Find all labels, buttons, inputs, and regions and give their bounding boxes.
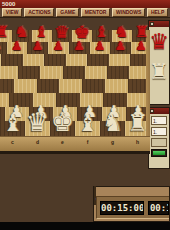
window-menu-icon[interactable] (150, 22, 154, 26)
file-label-g: g (100, 140, 125, 145)
piece-red-king[interactable]: ♚ (72, 24, 92, 41)
board-frame (0, 136, 150, 154)
square-b5[interactable] (0, 66, 18, 79)
piece-red-pawn[interactable]: ♟ (0, 40, 7, 52)
piece-white-rook[interactable]: ♜ (125, 112, 150, 135)
white-clock-display: 00:15:00 (100, 201, 144, 215)
piece-white-bishop[interactable]: ♝ (75, 112, 100, 135)
square-e4[interactable] (59, 79, 82, 93)
window-title: 5000 (0, 1, 15, 7)
menu-button-view[interactable]: VIEW (2, 8, 22, 17)
piece-red-queen[interactable]: ♛ (52, 24, 72, 41)
taskbar-strip (0, 222, 170, 230)
piece-white-queen[interactable]: ♛ (25, 110, 50, 135)
notation-row[interactable]: 1. (151, 127, 167, 136)
square-b6[interactable] (1, 54, 22, 67)
menu-button-help[interactable]: HELP (147, 8, 168, 17)
menu-button-windows[interactable]: WINDOWS (112, 8, 145, 17)
square-c5[interactable] (18, 66, 40, 79)
piece-red-pawn[interactable]: ♟ (90, 40, 111, 52)
notation-row[interactable]: 1. (151, 116, 167, 125)
piece-red-pawn[interactable]: ♟ (110, 40, 131, 52)
square-e5[interactable] (63, 66, 85, 79)
square-f5[interactable] (85, 66, 107, 79)
piece-red-pawn[interactable]: ♟ (27, 40, 48, 52)
piece-white-king[interactable]: ♚ (50, 110, 75, 135)
green-indicator (153, 151, 165, 155)
square-g6[interactable] (109, 54, 130, 67)
square-f6[interactable] (87, 54, 108, 67)
menu-button-mentor[interactable]: MENTOR (81, 8, 110, 17)
piece-red-pawn[interactable]: ♟ (131, 40, 150, 52)
notation-row-empty (151, 138, 167, 147)
square-g5[interactable] (107, 66, 129, 79)
palette-titlebar[interactable] (149, 21, 169, 27)
notation-titlebar[interactable] (149, 108, 169, 114)
palette-piece-white-rook[interactable]: ♜ (149, 61, 169, 83)
file-label-e: e (50, 140, 75, 145)
menu-bar: VIEWACTIONSGAMEMENTORWINDOWSHELP (0, 8, 170, 18)
square-c6[interactable] (23, 54, 44, 67)
palette-body: ♛♜ (149, 31, 169, 83)
notation-window[interactable]: 1. 1. (148, 107, 170, 169)
menu-button-actions[interactable]: ACTIONS (24, 8, 54, 17)
piece-white-bishop[interactable]: ♝ (0, 112, 25, 135)
file-label-h: h (125, 140, 150, 145)
board-rank-5 (0, 66, 150, 79)
clock-body: 00:15:00 00:15:00 (96, 196, 169, 219)
window-menu-icon[interactable] (150, 109, 154, 113)
square-b4[interactable] (0, 79, 14, 93)
square-g4[interactable] (105, 79, 128, 93)
board-rank-4 (0, 79, 150, 93)
square-d6[interactable] (44, 54, 65, 67)
piece-red-pawn[interactable]: ♟ (69, 40, 90, 52)
status-led-cell (151, 149, 167, 157)
palette-piece-red-queen[interactable]: ♛ (149, 31, 169, 53)
square-f4[interactable] (82, 79, 105, 93)
file-label-f: f (75, 140, 100, 145)
app-window: 5000 VIEWACTIONSGAMEMENTORWINDOWSHELP ab… (0, 0, 170, 230)
square-d5[interactable] (40, 66, 62, 79)
piece-red-pawn[interactable]: ♟ (7, 40, 28, 52)
clock-window[interactable]: Clock 00:15:00 00:15:00 (93, 186, 170, 222)
square-e6[interactable] (66, 54, 87, 67)
menu-button-game[interactable]: GAME (56, 8, 79, 17)
file-label-d: d (25, 140, 50, 145)
black-clock-display: 00:15:00 (148, 201, 169, 215)
clock-titlebar[interactable]: Clock (94, 187, 169, 194)
board-rank-6 (0, 54, 150, 67)
piece-red-pawn[interactable]: ♟ (48, 40, 69, 52)
chess-board[interactable]: abcdefgh♜♞♝♛♚♝♞♜♟♟♟♟♟♟♟♟♟♟♟♟♟♟♟♟♜♞♝♛♚♝♞♜ (0, 18, 150, 158)
file-label-c: c (0, 140, 25, 145)
piece-palette-window[interactable]: ♛♜ (148, 20, 170, 105)
piece-white-knight[interactable]: ♞ (100, 112, 125, 135)
square-d4[interactable] (37, 79, 60, 93)
window-titlebar[interactable]: 5000 (0, 0, 170, 8)
square-c4[interactable] (14, 79, 37, 93)
